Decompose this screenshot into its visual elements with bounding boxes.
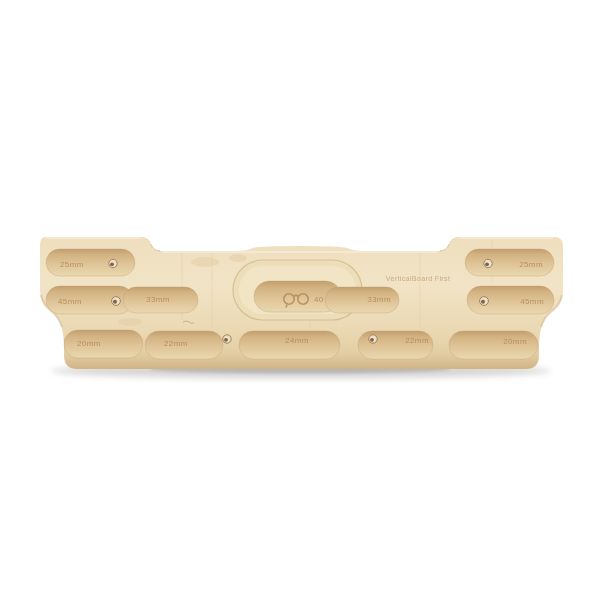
- pocket-bottom-22-left: 22mm: [145, 331, 231, 359]
- pocket-bottom-20-left: 20mm: [64, 330, 143, 358]
- pocket-label: 25mm: [60, 260, 84, 269]
- pocket-top-right: 25mm: [465, 249, 554, 276]
- pocket-label: 45mm: [58, 297, 82, 306]
- pocket-bottom-22-right: 22mm: [358, 331, 433, 359]
- pocket-mid-45-right: 45mm: [467, 286, 554, 314]
- pocket-label: 20mm: [503, 337, 527, 346]
- pocket-bottom-24-center: 24mm: [239, 331, 340, 359]
- screw-hole: [112, 297, 121, 306]
- screw-hole: [480, 297, 489, 306]
- pocket-label: 33mm: [146, 295, 170, 304]
- pocket-mid-33-left: 33mm: [123, 287, 198, 313]
- brand-engraving: VerticalBoard First: [386, 274, 450, 283]
- pocket-label: 22mm: [405, 336, 429, 345]
- screw-hole: [369, 335, 377, 343]
- pocket-label: 45mm: [520, 297, 544, 306]
- hangboard-photo: 25mm 25mm VerticalBoard First 45mm 33mm: [0, 0, 600, 600]
- pocket-mid-45-left: 45mm: [46, 286, 133, 314]
- screw-hole: [109, 259, 117, 267]
- pocket-bottom-20-right: 20mm: [449, 331, 538, 359]
- pocket-mid-33-right: 33mm: [325, 287, 399, 313]
- pocket-top-left: 25mm: [46, 249, 135, 276]
- pocket-label: 22mm: [164, 339, 188, 348]
- screw-hole: [484, 259, 492, 267]
- pocket-label: 25mm: [519, 260, 543, 269]
- pocket-label: 33mm: [367, 295, 391, 304]
- product-photo-stage: 25mm 25mm VerticalBoard First 45mm 33mm: [0, 0, 600, 600]
- screw-hole: [223, 335, 231, 343]
- pocket-label: 24mm: [285, 336, 309, 345]
- pocket-label: 20mm: [77, 339, 101, 348]
